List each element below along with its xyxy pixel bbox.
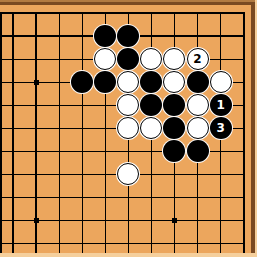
- black-stone[interactable]: [187, 140, 209, 162]
- white-stone[interactable]: [187, 94, 209, 116]
- white-stone[interactable]: [187, 117, 209, 139]
- grid-line-vertical: [59, 12, 60, 253]
- star-point: [172, 218, 177, 223]
- board-right-edge: [251, 2, 255, 253]
- go-diagram: 213: [0, 0, 257, 257]
- grid-line-vertical: [243, 12, 245, 253]
- black-stone-move-3[interactable]: 3: [210, 117, 232, 139]
- grid-line-horizontal: [0, 243, 245, 244]
- grid-line-vertical: [35, 12, 36, 253]
- white-stone-move-2[interactable]: 2: [187, 48, 209, 70]
- board-top-edge: [0, 2, 255, 5]
- grid-line-vertical: [12, 12, 13, 253]
- grid-line-horizontal: [0, 12, 245, 14]
- star-point: [34, 218, 39, 223]
- grid-line-horizontal: [0, 197, 245, 198]
- board-left-crop-line: [0, 13, 2, 253]
- grid-line-vertical: [82, 12, 83, 253]
- star-point: [34, 80, 39, 85]
- black-stone-move-1[interactable]: 1: [210, 94, 232, 116]
- white-stone[interactable]: [210, 71, 232, 93]
- black-stone[interactable]: [187, 71, 209, 93]
